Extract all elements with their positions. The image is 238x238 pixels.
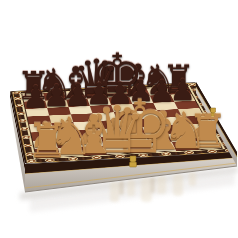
board-square-c1 xyxy=(81,146,107,156)
medallion-ornament xyxy=(21,135,31,139)
medallion-ornament xyxy=(90,87,99,90)
board-square-h1 xyxy=(194,140,221,150)
medallion-ornament xyxy=(114,154,125,158)
medallion-ornament xyxy=(110,86,120,89)
board-square-d1 xyxy=(104,144,130,154)
medallion-ornament xyxy=(171,84,181,87)
medallion-ornament xyxy=(44,158,55,162)
front-lower-pinstripe xyxy=(25,163,237,188)
medallion-ornament xyxy=(48,89,57,92)
medallion-ornament xyxy=(206,149,217,153)
box-cast-shadow xyxy=(20,167,238,200)
medallion-ornament xyxy=(215,133,226,137)
medallion-ornament xyxy=(187,83,197,86)
medallion-ornament xyxy=(24,152,34,156)
medallion-ornament xyxy=(223,148,234,152)
medallion-ornament xyxy=(28,90,37,93)
medallion-ornament xyxy=(67,157,78,161)
medallion-ornament xyxy=(91,155,102,159)
board-squares-grid xyxy=(22,87,221,159)
medallion-ornament xyxy=(190,88,200,91)
medallion-ornament xyxy=(17,119,27,123)
medallion-ornament xyxy=(22,143,32,147)
floor-reflection xyxy=(30,171,235,212)
medallion-ornament xyxy=(16,111,26,115)
medallion-ornament xyxy=(194,95,204,98)
box-front-face-silver xyxy=(25,158,237,192)
medallion-ornament xyxy=(198,102,208,105)
piece-reflections xyxy=(110,172,196,202)
medallion-ornament xyxy=(26,159,36,163)
board-square-b1 xyxy=(58,147,84,157)
medallion-ornament xyxy=(206,117,217,121)
medallion-ornament xyxy=(19,127,29,131)
medallion-ornament xyxy=(183,150,194,154)
chess-board xyxy=(10,82,237,163)
medallion-ornament xyxy=(160,152,171,156)
medallion-ornament xyxy=(137,153,148,157)
box-bottom-edge xyxy=(25,166,237,192)
medallion-ornament xyxy=(211,125,222,129)
medallion-ornament xyxy=(69,88,78,91)
board-square-a1 xyxy=(35,148,60,158)
medallion-ornament xyxy=(13,97,22,100)
medallion-ornament xyxy=(220,142,231,146)
medallion-ornament xyxy=(202,110,212,114)
medallion-ornament xyxy=(14,104,23,107)
medallion-ornament xyxy=(131,86,141,89)
product-photo-chess-set: ♜♞♝♛♚♝♞♜♟♟♟♟♟♟♟♟♟♟♟♟♟♟♟♟♜♞♝♛♚♝♞♜ xyxy=(0,0,238,238)
medallion-ornament xyxy=(12,91,21,94)
medallion-ornament xyxy=(151,85,161,88)
